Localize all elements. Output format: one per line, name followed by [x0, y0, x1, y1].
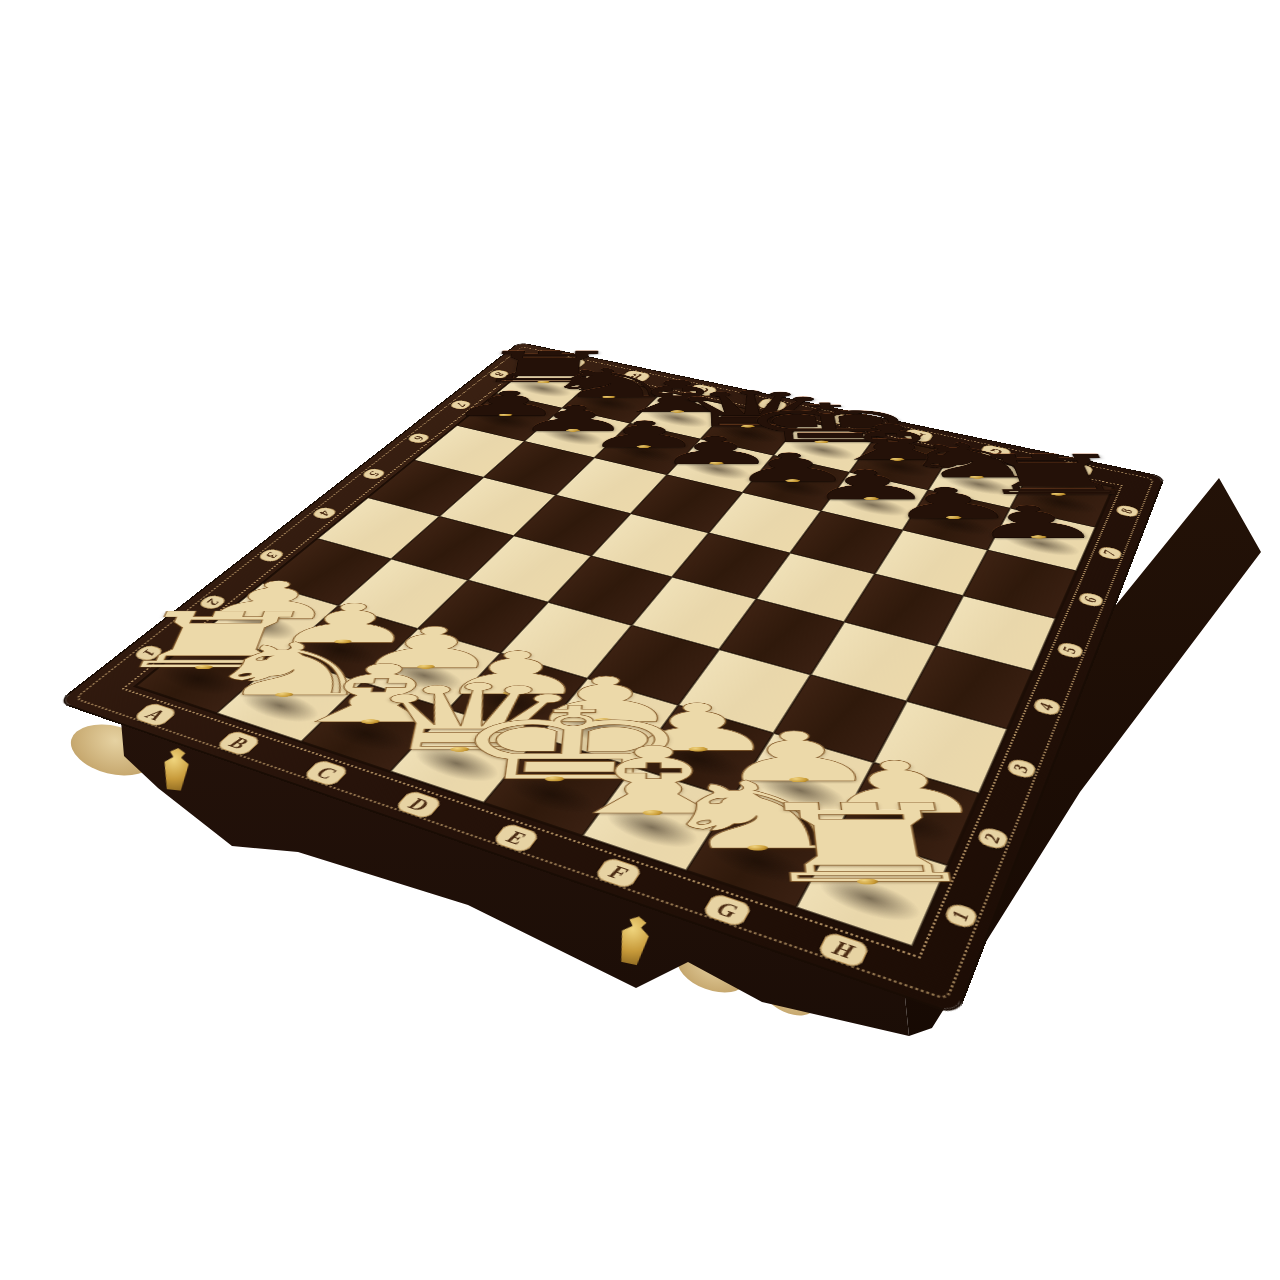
rank-label-left-5: 5 — [360, 468, 387, 481]
rank-label-right-4: 4 — [1032, 697, 1062, 717]
white-rook-icon: ♜ — [739, 791, 996, 900]
rank-label-left-3: 3 — [256, 548, 286, 563]
rank-label-left-4: 4 — [310, 506, 338, 520]
file-label-b: B — [215, 729, 262, 756]
file-label-h: H — [817, 930, 871, 968]
rank-label-left-6: 6 — [406, 432, 432, 444]
rank-label-right-5: 5 — [1056, 642, 1084, 660]
rank-label-right-6: 6 — [1077, 592, 1104, 608]
file-label-c: C — [302, 759, 350, 787]
black-pawn-icon: ♟ — [937, 501, 1133, 545]
photo-background: ABCDEFGH ABCDEFGH 87654321 87654321 ♜♞♝♛… — [0, 0, 1280, 1280]
